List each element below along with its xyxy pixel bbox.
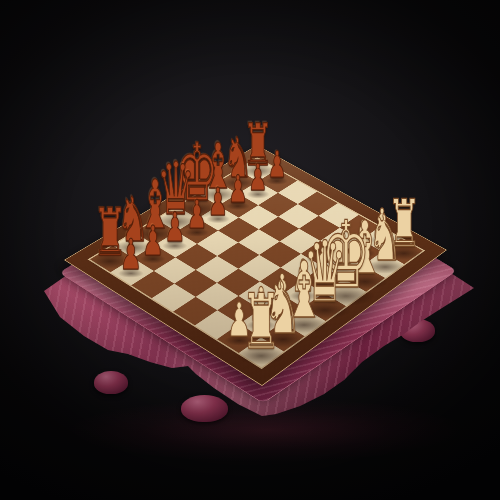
photo-stage: ♜♞♝♛♚♝♞♜♟♟♟♟♟♟♟♟♟♟♟♟♟♟♟♟♜♞♝♛♚♝♞♜ [0,0,500,500]
